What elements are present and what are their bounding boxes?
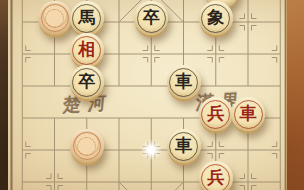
piece-glyph: 卒 — [78, 73, 95, 90]
piece-black-hidden[interactable] — [70, 129, 104, 163]
piece-red-hidden[interactable] — [38, 1, 72, 35]
piece-red-chariot[interactable]: 車 — [231, 97, 265, 131]
piece-glyph: 兵 — [207, 169, 224, 186]
piece-black-chariot[interactable]: 車 — [167, 129, 201, 163]
piece-glyph: 相 — [78, 41, 95, 58]
piece-red-soldier[interactable]: 兵 — [199, 161, 233, 190]
piece-black-chariot[interactable]: 車 — [167, 65, 201, 99]
piece-glyph: 象 — [207, 9, 224, 26]
xiangqi-board[interactable]: 楚河 漢界 馬卒象相卒車兵車車兵 — [0, 0, 304, 190]
piece-black-soldier[interactable]: 卒 — [70, 65, 104, 99]
board-wood-edge-left — [0, 0, 8, 190]
board-wood-edge-right — [286, 0, 304, 190]
piece-glyph: 車 — [175, 137, 192, 154]
piece-glyph: 馬 — [78, 9, 95, 26]
piece-black-soldier[interactable]: 卒 — [134, 1, 168, 35]
piece-glyph: 車 — [240, 105, 257, 122]
piece-black-horse[interactable]: 馬 — [70, 1, 104, 35]
piece-glyph: 兵 — [207, 105, 224, 122]
piece-red-soldier[interactable]: 兵 — [199, 97, 233, 131]
piece-glyph: 車 — [175, 73, 192, 90]
piece-black-elephant[interactable]: 象 — [199, 1, 233, 35]
piece-glyph: 卒 — [143, 9, 160, 26]
piece-red-elephant[interactable]: 相 — [70, 33, 104, 67]
